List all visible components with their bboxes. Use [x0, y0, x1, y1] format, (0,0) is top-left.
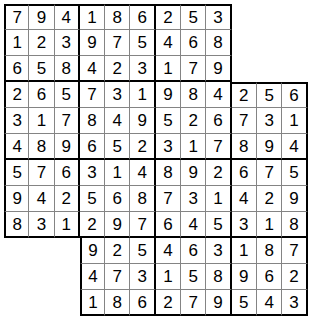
cell-r7c5: 1: [105, 160, 130, 186]
cell-r9c3: 1: [55, 212, 80, 238]
cell-r1c5: 8: [105, 4, 130, 30]
cell-r8c3: 2: [55, 186, 80, 212]
cell-r8c9: 1: [206, 186, 231, 212]
cell-r12c6: 6: [130, 290, 155, 316]
outside-r12c1: [4, 290, 29, 316]
cell-r1c9: 3: [206, 4, 231, 30]
cell-r5c6: 9: [130, 108, 155, 134]
cell-r5c11: 3: [257, 108, 282, 134]
outside-r2c12: [282, 30, 307, 56]
cell-r3c5: 2: [105, 56, 130, 82]
cell-r1c1: 7: [4, 4, 29, 30]
cell-r9c10: 3: [232, 212, 257, 238]
cell-r12c10: 5: [232, 290, 257, 316]
cell-r8c11: 2: [257, 186, 282, 212]
cell-r9c9: 5: [206, 212, 231, 238]
cell-r6c1: 4: [4, 134, 29, 160]
cell-r4c2: 6: [29, 82, 54, 108]
cell-r10c9: 3: [206, 238, 231, 264]
outside-r1c12: [282, 4, 307, 30]
cell-r2c1: 1: [4, 30, 29, 56]
cell-r7c2: 7: [29, 160, 54, 186]
cell-r8c1: 9: [4, 186, 29, 212]
cell-r8c4: 5: [80, 186, 105, 212]
cell-r4c9: 4: [206, 82, 231, 108]
cell-r2c9: 8: [206, 30, 231, 56]
cell-r4c5: 3: [105, 82, 130, 108]
cell-r4c12: 6: [282, 82, 307, 108]
cell-r2c8: 6: [181, 30, 206, 56]
cell-r4c10: 2: [232, 82, 257, 108]
cell-r8c7: 7: [156, 186, 181, 212]
cell-r8c6: 8: [130, 186, 155, 212]
cell-r1c2: 9: [29, 4, 54, 30]
cell-r5c5: 4: [105, 108, 130, 134]
cell-r12c7: 2: [156, 290, 181, 316]
cell-r2c7: 4: [156, 30, 181, 56]
cell-r6c3: 9: [55, 134, 80, 160]
cell-r6c12: 4: [282, 134, 307, 160]
cell-r6c5: 5: [105, 134, 130, 160]
outside-r3c11: [257, 56, 282, 82]
cell-r10c10: 1: [232, 238, 257, 264]
cell-r7c4: 3: [80, 160, 105, 186]
cell-r9c11: 1: [257, 212, 282, 238]
cell-r12c8: 7: [181, 290, 206, 316]
cell-r5c12: 1: [282, 108, 307, 134]
cell-r2c4: 9: [80, 30, 105, 56]
cell-r4c7: 9: [156, 82, 181, 108]
cell-r9c7: 6: [156, 212, 181, 238]
cell-r10c7: 4: [156, 238, 181, 264]
cell-r7c8: 9: [181, 160, 206, 186]
outside-r11c2: [29, 264, 54, 290]
cell-r9c8: 4: [181, 212, 206, 238]
cell-r10c11: 8: [257, 238, 282, 264]
cell-r9c5: 9: [105, 212, 130, 238]
cell-r3c6: 3: [130, 56, 155, 82]
outside-r1c11: [257, 4, 282, 30]
cell-r3c8: 7: [181, 56, 206, 82]
cell-r5c10: 7: [232, 108, 257, 134]
cell-r6c7: 3: [156, 134, 181, 160]
cell-r5c1: 3: [4, 108, 29, 134]
outside-r10c2: [29, 238, 54, 264]
cell-r4c1: 2: [4, 82, 29, 108]
cell-r1c8: 5: [181, 4, 206, 30]
outside-r3c12: [282, 56, 307, 82]
outside-r11c3: [55, 264, 80, 290]
cell-r1c6: 6: [130, 4, 155, 30]
cell-r6c2: 8: [29, 134, 54, 160]
cell-r8c10: 4: [232, 186, 257, 212]
cell-r4c4: 7: [80, 82, 105, 108]
outside-r2c10: [232, 30, 257, 56]
cell-r10c8: 6: [181, 238, 206, 264]
cell-r2c5: 7: [105, 30, 130, 56]
cell-r7c3: 6: [55, 160, 80, 186]
cell-r8c2: 4: [29, 186, 54, 212]
cell-r3c3: 8: [55, 56, 80, 82]
cell-r6c8: 1: [181, 134, 206, 160]
cell-r5c2: 1: [29, 108, 54, 134]
cell-r11c11: 6: [257, 264, 282, 290]
cell-r12c4: 1: [80, 290, 105, 316]
cell-r7c6: 4: [130, 160, 155, 186]
cell-r7c11: 7: [257, 160, 282, 186]
cell-r3c1: 6: [4, 56, 29, 82]
cell-r6c4: 6: [80, 134, 105, 160]
cell-r1c7: 2: [156, 4, 181, 30]
cell-r4c8: 8: [181, 82, 206, 108]
cell-r7c10: 6: [232, 160, 257, 186]
page: { "game": "overlapping_sudoku", "title":…: [0, 0, 312, 320]
cell-r11c5: 7: [105, 264, 130, 290]
cell-r3c4: 4: [80, 56, 105, 82]
cell-r8c5: 6: [105, 186, 130, 212]
outside-r3c10: [232, 56, 257, 82]
outside-r1c10: [232, 4, 257, 30]
cell-r6c11: 9: [257, 134, 282, 160]
cell-r5c3: 7: [55, 108, 80, 134]
cell-r9c2: 3: [29, 212, 54, 238]
cell-r4c3: 5: [55, 82, 80, 108]
cell-r12c11: 4: [257, 290, 282, 316]
cell-r11c9: 8: [206, 264, 231, 290]
cell-r11c6: 3: [130, 264, 155, 290]
cell-r10c4: 9: [80, 238, 105, 264]
cell-r6c6: 2: [130, 134, 155, 160]
outside-r10c1: [4, 238, 29, 264]
cell-r2c2: 2: [29, 30, 54, 56]
cell-r5c9: 6: [206, 108, 231, 134]
outside-r12c3: [55, 290, 80, 316]
cell-r9c6: 7: [130, 212, 155, 238]
cell-r5c8: 2: [181, 108, 206, 134]
cell-r4c11: 5: [257, 82, 282, 108]
cell-r7c9: 2: [206, 160, 231, 186]
cell-r5c7: 5: [156, 108, 181, 134]
cell-r11c4: 4: [80, 264, 105, 290]
cell-r11c12: 2: [282, 264, 307, 290]
cell-r2c3: 3: [55, 30, 80, 56]
cell-r3c9: 9: [206, 56, 231, 82]
outside-r2c11: [257, 30, 282, 56]
cell-r8c12: 9: [282, 186, 307, 212]
cell-r10c12: 7: [282, 238, 307, 264]
cell-r11c7: 1: [156, 264, 181, 290]
cell-r9c12: 8: [282, 212, 307, 238]
cell-r5c4: 8: [80, 108, 105, 134]
outside-r11c1: [4, 264, 29, 290]
cell-r12c5: 8: [105, 290, 130, 316]
cell-r1c3: 4: [55, 4, 80, 30]
cell-r3c2: 5: [29, 56, 54, 82]
cell-r4c6: 1: [130, 82, 155, 108]
cell-r6c10: 8: [232, 134, 257, 160]
cell-r7c12: 5: [282, 160, 307, 186]
cell-r7c1: 5: [4, 160, 29, 186]
cell-r1c4: 1: [80, 4, 105, 30]
sudoku-board: 7941862531239754686584231792657319842563…: [4, 4, 308, 316]
cell-r10c5: 2: [105, 238, 130, 264]
cell-r8c8: 3: [181, 186, 206, 212]
cell-r6c9: 7: [206, 134, 231, 160]
cell-r12c12: 3: [282, 290, 307, 316]
cell-r3c7: 1: [156, 56, 181, 82]
cell-r2c6: 5: [130, 30, 155, 56]
outside-r12c2: [29, 290, 54, 316]
cell-r12c9: 9: [206, 290, 231, 316]
cell-r11c8: 5: [181, 264, 206, 290]
cell-r9c1: 8: [4, 212, 29, 238]
cell-r10c6: 5: [130, 238, 155, 264]
cell-r7c7: 8: [156, 160, 181, 186]
cell-r9c4: 2: [80, 212, 105, 238]
cell-r11c10: 9: [232, 264, 257, 290]
outside-r10c3: [55, 238, 80, 264]
